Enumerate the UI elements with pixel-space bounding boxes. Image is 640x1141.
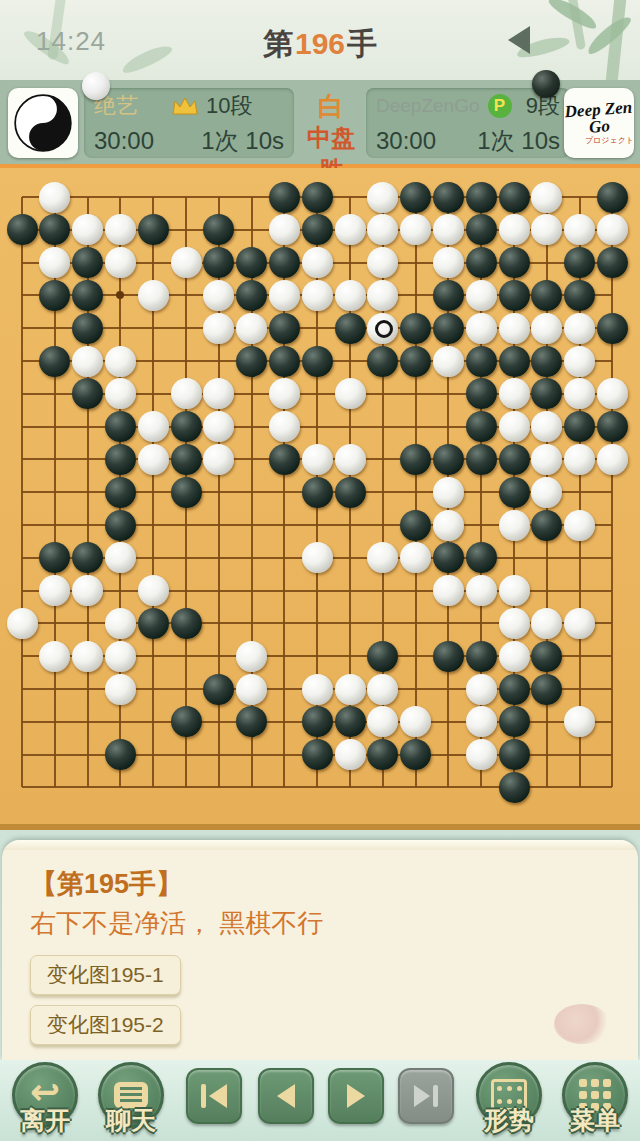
black-stone [171,477,202,508]
black-stone [466,378,497,409]
leave-label: 离开 [20,1104,70,1137]
black-stone [531,641,562,672]
nav-next-move-button[interactable] [328,1068,384,1124]
white-stone [564,378,595,409]
move-title-suffix: 手 [347,27,377,60]
go-app: 14:24 第196手 绝艺 10段 30:00 [0,0,640,1141]
white-stone [499,641,530,672]
black-stone [466,346,497,377]
menu-label: 菜单 [570,1104,620,1137]
black-stone [466,182,497,213]
black-stone [466,411,497,442]
star-point [116,291,124,299]
white-stone [302,674,333,705]
black-stone [302,477,333,508]
black-stone [499,477,530,508]
white-stone [39,641,70,672]
last-move-marker [375,320,393,338]
black-stone-badge [532,70,560,98]
white-stone-badge [82,72,110,100]
black-stone [302,182,333,213]
white-stone [531,411,562,442]
black-stone [39,214,70,245]
situation-button[interactable]: 形势 [476,1062,542,1128]
white-stone [597,214,628,245]
prev-triangle-icon [277,1084,295,1108]
go-board[interactable] [0,168,640,830]
white-stone [597,378,628,409]
move-title-prefix: 第 [263,27,293,60]
white-stone [39,247,70,278]
left-byoyomi: 1次 10s [201,125,284,157]
black-stone [302,214,333,245]
p-badge-icon: P [488,94,512,118]
black-stone [433,444,464,475]
white-stone [499,313,530,344]
white-stone [72,575,103,606]
chat-label: 聊天 [106,1104,156,1137]
black-stone [400,444,431,475]
white-stone [564,706,595,737]
black-stone [400,510,431,541]
white-stone [138,575,169,606]
black-stone [400,182,431,213]
black-stone [39,346,70,377]
white-stone [203,444,234,475]
white-stone [203,280,234,311]
chat-button[interactable]: 聊天 [98,1062,164,1128]
white-stone [203,411,234,442]
black-stone [499,280,530,311]
white-stone [138,444,169,475]
white-stone [499,214,530,245]
black-stone [236,346,267,377]
black-stone [203,674,234,705]
white-stone [466,313,497,344]
white-stone [203,313,234,344]
white-stone [531,182,562,213]
white-stone [466,706,497,737]
white-stone [564,214,595,245]
black-stone [531,510,562,541]
black-stone [72,542,103,573]
black-stone [236,706,267,737]
skip-start-icon [201,1084,206,1108]
black-stone [105,477,136,508]
status-bar: 14:24 第196手 [0,0,640,80]
white-stone [466,575,497,606]
result-color: 白 [296,90,366,122]
white-stone [39,182,70,213]
white-stone [269,411,300,442]
black-stone [236,247,267,278]
black-stone [105,411,136,442]
black-stone [236,280,267,311]
black-stone [335,313,366,344]
white-stone [203,378,234,409]
white-stone [335,214,366,245]
white-stone [531,608,562,639]
skip-start-triangle-icon [209,1084,227,1108]
toolbar: ↩ 离开 聊天 形势 [0,1060,640,1141]
black-stone [72,378,103,409]
black-stone [105,739,136,770]
white-stone [433,346,464,377]
white-stone [236,674,267,705]
white-stone [367,280,398,311]
white-stone [72,641,103,672]
white-stone [499,411,530,442]
black-stone [367,739,398,770]
white-stone [564,346,595,377]
deepzengo-avatar[interactable]: Deep Zen Go プロジェクト [564,88,634,158]
white-stone [367,214,398,245]
white-stone [400,706,431,737]
white-stone [531,477,562,508]
move-number: 196 [293,27,347,60]
white-stone [564,444,595,475]
white-stone [7,608,38,639]
white-stone [335,739,366,770]
white-stone [597,444,628,475]
white-stone [367,542,398,573]
white-stone [269,214,300,245]
black-stone [433,280,464,311]
white-stone [499,608,530,639]
right-byoyomi: 1次 10s [477,125,560,157]
white-stone [335,378,366,409]
black-stone [171,411,202,442]
variation-button-1[interactable]: 变化图195-1 [30,955,181,995]
black-stone [499,247,530,278]
black-stone [433,641,464,672]
black-stone [171,706,202,737]
white-stone [433,477,464,508]
black-stone [466,444,497,475]
white-stone [531,214,562,245]
grid-line [415,197,417,787]
black-stone [597,313,628,344]
white-stone [72,346,103,377]
black-stone [499,674,530,705]
white-stone [105,346,136,377]
black-stone [269,444,300,475]
black-stone [433,542,464,573]
commentary-panel: 【第195手】 右下不是净活， 黑棋不行 变化图195-1 变化图195-2 [2,840,638,1060]
black-stone [7,214,38,245]
crown-icon [172,96,198,116]
white-stone [105,542,136,573]
white-stone [367,182,398,213]
black-stone [105,444,136,475]
black-stone [466,641,497,672]
white-stone [236,641,267,672]
left-player-box: 绝艺 10段 30:00 1次 10s [84,88,294,158]
commentary-section: 【第195手】 右下不是净活， 黑棋不行 变化图195-1 变化图195-2 [0,830,640,1060]
black-stone [499,444,530,475]
black-stone [433,313,464,344]
black-stone [564,411,595,442]
white-stone [335,674,366,705]
white-stone [367,674,398,705]
white-stone [335,444,366,475]
variation-button-2[interactable]: 变化图195-2 [30,1005,181,1045]
black-stone [597,411,628,442]
white-stone [466,280,497,311]
white-stone [400,542,431,573]
white-stone [138,280,169,311]
black-stone [269,247,300,278]
black-stone [400,739,431,770]
black-stone [72,280,103,311]
black-stone [466,542,497,573]
menu-button[interactable]: 菜单 [562,1062,628,1128]
white-stone [269,378,300,409]
black-stone [367,346,398,377]
next-triangle-icon [347,1084,365,1108]
white-stone [499,510,530,541]
collapse-back-icon[interactable] [508,26,530,54]
move-title: 第196手 [0,24,640,65]
black-stone [564,280,595,311]
player-panel: 绝艺 10段 30:00 1次 10s 白 中盘胜 DeepZenGo P 9段 [0,80,640,168]
white-stone [302,444,333,475]
grid-line [611,197,613,787]
black-stone [499,346,530,377]
white-stone [367,313,398,344]
deepzengo-logo: Deep Zen Go [564,98,634,137]
black-stone [531,674,562,705]
right-player-box: DeepZenGo P 9段 30:00 1次 10s [366,88,570,158]
left-main-time: 30:00 [94,127,154,155]
comment-title: 【第195手】 [30,866,638,902]
black-stone [466,247,497,278]
black-stone [39,542,70,573]
white-stone [466,674,497,705]
black-stone [564,247,595,278]
black-stone [597,182,628,213]
black-stone [335,706,366,737]
black-stone [269,182,300,213]
black-stone [531,346,562,377]
right-main-time: 30:00 [376,127,436,155]
black-stone [171,608,202,639]
white-stone [531,444,562,475]
black-stone [597,247,628,278]
black-stone [499,706,530,737]
black-stone [72,313,103,344]
black-stone [335,477,366,508]
nav-prev-move-button[interactable] [258,1068,314,1124]
white-stone [367,247,398,278]
white-stone [433,575,464,606]
white-stone [105,214,136,245]
black-stone [400,313,431,344]
nav-last-move-button[interactable] [398,1068,454,1124]
white-stone [236,313,267,344]
black-stone [302,346,333,377]
white-stone [400,214,431,245]
white-stone [564,510,595,541]
white-stone [499,575,530,606]
black-stone [203,214,234,245]
black-stone [531,280,562,311]
white-stone [302,280,333,311]
black-stone [105,510,136,541]
white-stone [499,378,530,409]
black-stone [269,346,300,377]
white-stone [433,247,464,278]
black-stone [499,739,530,770]
skip-end-triangle-icon [414,1085,430,1107]
black-stone [138,214,169,245]
white-stone [105,378,136,409]
white-stone [105,608,136,639]
black-stone [203,247,234,278]
black-stone [531,378,562,409]
leave-button[interactable]: ↩ 离开 [12,1062,78,1128]
white-stone [302,542,333,573]
white-stone [39,575,70,606]
black-stone [269,313,300,344]
white-stone [171,247,202,278]
black-stone [72,247,103,278]
flower-decoration [554,1004,610,1044]
situation-label: 形势 [484,1104,534,1137]
black-stone [466,214,497,245]
white-stone [72,214,103,245]
black-stone [499,772,530,803]
white-stone [531,313,562,344]
white-stone [171,378,202,409]
white-stone [335,280,366,311]
white-stone [564,313,595,344]
white-stone [269,280,300,311]
white-stone [367,706,398,737]
jueyi-avatar[interactable] [8,88,78,158]
white-stone [105,674,136,705]
black-stone [433,182,464,213]
black-stone [302,739,333,770]
white-stone [105,247,136,278]
white-stone [433,510,464,541]
black-stone [400,346,431,377]
white-stone [433,214,464,245]
white-stone [564,608,595,639]
black-stone [367,641,398,672]
white-stone [105,641,136,672]
black-stone [302,706,333,737]
comment-text: 右下不是净活， 黑棋不行 [30,906,638,941]
black-stone [499,182,530,213]
left-player-rank: 10段 [206,91,252,121]
white-stone [466,739,497,770]
nav-first-move-button[interactable] [186,1068,242,1124]
right-player-name: DeepZenGo [376,95,480,117]
black-stone [39,280,70,311]
skip-end-icon [433,1085,438,1107]
yinyang-icon [14,94,72,152]
black-stone [138,608,169,639]
white-stone [138,411,169,442]
white-stone [302,247,333,278]
black-stone [171,444,202,475]
